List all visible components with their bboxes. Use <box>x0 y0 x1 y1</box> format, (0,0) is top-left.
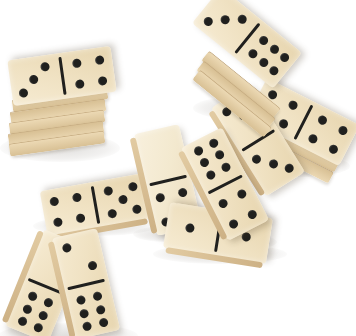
domino-half-4-pips <box>63 46 117 98</box>
pip <box>192 145 204 157</box>
pip <box>177 187 188 198</box>
pip <box>40 62 50 72</box>
pip <box>250 153 262 165</box>
pip <box>258 34 271 47</box>
pip <box>75 295 86 306</box>
pip <box>53 217 63 227</box>
pip <box>72 193 82 203</box>
pip <box>235 188 247 200</box>
pip <box>95 304 106 315</box>
pip <box>247 48 260 61</box>
domino-half-4-pips <box>40 183 95 237</box>
pip <box>107 208 117 218</box>
pip <box>61 242 72 253</box>
pip <box>287 99 299 111</box>
domino-front-pair-front <box>52 228 120 336</box>
pip <box>220 161 232 173</box>
pip <box>217 197 229 209</box>
pip <box>103 186 113 196</box>
pip <box>22 303 34 315</box>
pip <box>204 169 216 181</box>
pip <box>43 297 55 309</box>
pip <box>49 197 59 207</box>
pip <box>278 117 290 129</box>
pip <box>29 75 39 85</box>
pip <box>208 137 220 149</box>
domino-half-6-pips <box>65 283 121 336</box>
pip <box>72 59 82 69</box>
pip <box>78 308 89 319</box>
pip <box>38 309 50 321</box>
pip <box>75 79 85 89</box>
pip <box>283 162 295 174</box>
pip <box>27 290 39 302</box>
pip <box>95 55 105 65</box>
pip <box>16 315 28 327</box>
pip <box>316 114 328 126</box>
pip <box>132 204 142 214</box>
pip <box>267 158 279 170</box>
pip <box>246 209 258 221</box>
pip <box>241 232 251 242</box>
pip <box>267 65 280 78</box>
pip <box>236 13 249 26</box>
dominoes-photo <box>0 0 356 336</box>
pip <box>198 157 210 169</box>
pip <box>278 51 291 64</box>
pip <box>185 223 195 233</box>
pip <box>337 125 349 137</box>
domino-half-2-pips <box>52 228 108 285</box>
pip <box>18 88 28 98</box>
pip <box>98 317 109 328</box>
pip <box>87 260 98 271</box>
pip <box>307 133 319 145</box>
pip <box>228 218 240 230</box>
pip <box>257 56 270 69</box>
pip <box>81 321 92 332</box>
pip <box>214 149 226 161</box>
pip <box>75 213 85 223</box>
pip <box>328 143 340 155</box>
pip <box>202 15 215 28</box>
pip <box>33 322 45 334</box>
pip <box>98 75 108 85</box>
pip <box>219 14 232 27</box>
pip <box>117 195 127 205</box>
pip <box>268 43 281 56</box>
pip <box>92 291 103 302</box>
domino-half-3-pips <box>7 54 61 106</box>
pip <box>128 182 138 192</box>
pip <box>155 192 166 203</box>
